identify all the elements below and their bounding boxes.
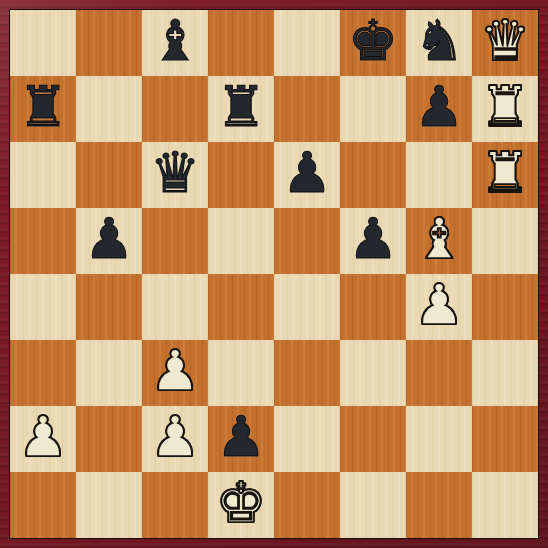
square-e5[interactable] — [274, 208, 340, 274]
piece-black-pawn[interactable]: ♟ — [282, 145, 332, 201]
square-e8[interactable] — [274, 10, 340, 76]
square-g1[interactable] — [406, 472, 472, 538]
square-d5[interactable] — [208, 208, 274, 274]
square-a8[interactable] — [10, 10, 76, 76]
square-f7[interactable] — [340, 76, 406, 142]
square-e3[interactable] — [274, 340, 340, 406]
square-b4[interactable] — [76, 274, 142, 340]
square-e4[interactable] — [274, 274, 340, 340]
square-c7[interactable] — [142, 76, 208, 142]
square-a4[interactable] — [10, 274, 76, 340]
square-h6[interactable]: ♜ — [472, 142, 538, 208]
piece-black-knight[interactable]: ♞ — [414, 13, 464, 69]
square-b6[interactable] — [76, 142, 142, 208]
piece-black-king[interactable]: ♚ — [348, 13, 398, 69]
piece-black-pawn[interactable]: ♟ — [414, 79, 464, 135]
square-f6[interactable] — [340, 142, 406, 208]
square-d8[interactable] — [208, 10, 274, 76]
square-g8[interactable]: ♞ — [406, 10, 472, 76]
piece-white-pawn[interactable]: ♟ — [414, 277, 464, 333]
piece-white-pawn[interactable]: ♟ — [18, 409, 68, 465]
piece-black-queen[interactable]: ♛ — [150, 145, 200, 201]
piece-black-pawn[interactable]: ♟ — [348, 211, 398, 267]
square-e6[interactable]: ♟ — [274, 142, 340, 208]
square-e2[interactable] — [274, 406, 340, 472]
square-b7[interactable] — [76, 76, 142, 142]
square-g7[interactable]: ♟ — [406, 76, 472, 142]
square-f3[interactable] — [340, 340, 406, 406]
square-f8[interactable]: ♚ — [340, 10, 406, 76]
square-b5[interactable]: ♟ — [76, 208, 142, 274]
square-a7[interactable]: ♜ — [10, 76, 76, 142]
square-b2[interactable] — [76, 406, 142, 472]
square-f1[interactable] — [340, 472, 406, 538]
board-frame: ♝♚♞♛♜♜♟♜♛♟♜♟♟♝♟♟♟♟♟♚ — [0, 0, 548, 548]
piece-white-queen[interactable]: ♛ — [480, 13, 530, 69]
square-b3[interactable] — [76, 340, 142, 406]
piece-black-rook[interactable]: ♜ — [216, 79, 266, 135]
square-e1[interactable] — [274, 472, 340, 538]
square-b1[interactable] — [76, 472, 142, 538]
square-h2[interactable] — [472, 406, 538, 472]
square-f2[interactable] — [340, 406, 406, 472]
square-g6[interactable] — [406, 142, 472, 208]
square-h8[interactable]: ♛ — [472, 10, 538, 76]
square-f5[interactable]: ♟ — [340, 208, 406, 274]
piece-white-king[interactable]: ♚ — [216, 475, 266, 531]
piece-white-rook[interactable]: ♜ — [480, 79, 530, 135]
square-c2[interactable]: ♟ — [142, 406, 208, 472]
square-a5[interactable] — [10, 208, 76, 274]
square-c5[interactable] — [142, 208, 208, 274]
square-d6[interactable] — [208, 142, 274, 208]
piece-black-bishop[interactable]: ♝ — [150, 13, 200, 69]
square-h3[interactable] — [472, 340, 538, 406]
piece-white-bishop[interactable]: ♝ — [414, 211, 464, 267]
square-a1[interactable] — [10, 472, 76, 538]
piece-black-pawn[interactable]: ♟ — [84, 211, 134, 267]
chess-board: ♝♚♞♛♜♜♟♜♛♟♜♟♟♝♟♟♟♟♟♚ — [9, 9, 539, 539]
square-g2[interactable] — [406, 406, 472, 472]
square-c3[interactable]: ♟ — [142, 340, 208, 406]
piece-black-pawn[interactable]: ♟ — [216, 409, 266, 465]
square-h1[interactable] — [472, 472, 538, 538]
square-c6[interactable]: ♛ — [142, 142, 208, 208]
square-c4[interactable] — [142, 274, 208, 340]
square-d2[interactable]: ♟ — [208, 406, 274, 472]
square-c8[interactable]: ♝ — [142, 10, 208, 76]
square-h5[interactable] — [472, 208, 538, 274]
square-d7[interactable]: ♜ — [208, 76, 274, 142]
square-a2[interactable]: ♟ — [10, 406, 76, 472]
square-a3[interactable] — [10, 340, 76, 406]
square-b8[interactable] — [76, 10, 142, 76]
square-c1[interactable] — [142, 472, 208, 538]
square-d1[interactable]: ♚ — [208, 472, 274, 538]
piece-black-rook[interactable]: ♜ — [18, 79, 68, 135]
square-h4[interactable] — [472, 274, 538, 340]
piece-white-pawn[interactable]: ♟ — [150, 343, 200, 399]
square-h7[interactable]: ♜ — [472, 76, 538, 142]
square-g4[interactable]: ♟ — [406, 274, 472, 340]
square-g3[interactable] — [406, 340, 472, 406]
piece-white-rook[interactable]: ♜ — [480, 145, 530, 201]
square-d4[interactable] — [208, 274, 274, 340]
square-e7[interactable] — [274, 76, 340, 142]
square-f4[interactable] — [340, 274, 406, 340]
square-g5[interactable]: ♝ — [406, 208, 472, 274]
piece-white-pawn[interactable]: ♟ — [150, 409, 200, 465]
square-a6[interactable] — [10, 142, 76, 208]
square-d3[interactable] — [208, 340, 274, 406]
